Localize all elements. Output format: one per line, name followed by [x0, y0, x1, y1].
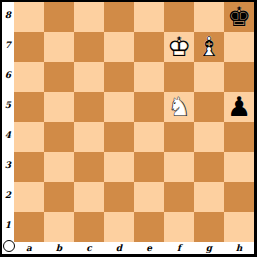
square-f8[interactable]: [164, 2, 194, 32]
square-h3[interactable]: [224, 152, 254, 182]
square-d5[interactable]: [104, 92, 134, 122]
square-a5[interactable]: [14, 92, 44, 122]
square-f6[interactable]: [164, 62, 194, 92]
square-f5[interactable]: ♞♘: [164, 92, 194, 122]
square-d8[interactable]: [104, 2, 134, 32]
square-h5[interactable]: ♟: [224, 92, 254, 122]
square-g6[interactable]: [194, 62, 224, 92]
square-b4[interactable]: [44, 122, 74, 152]
side-to-move-indicator-icon: [3, 240, 15, 252]
rank-label-8: 8: [2, 2, 14, 32]
square-e3[interactable]: [134, 152, 164, 182]
square-a6[interactable]: [14, 62, 44, 92]
file-label-d: d: [104, 242, 134, 254]
square-e2[interactable]: [134, 182, 164, 212]
square-c1[interactable]: [74, 212, 104, 242]
square-a2[interactable]: [14, 182, 44, 212]
rank-labels: 87654321: [2, 2, 14, 242]
rank-label-6: 6: [2, 62, 14, 92]
square-h6[interactable]: [224, 62, 254, 92]
square-d2[interactable]: [104, 182, 134, 212]
file-label-a: a: [14, 242, 44, 254]
square-f3[interactable]: [164, 152, 194, 182]
white-bishop-outline: ♗: [194, 32, 224, 62]
black-pawn[interactable]: ♟: [224, 92, 254, 122]
square-g7[interactable]: ♝♗: [194, 32, 224, 62]
square-b5[interactable]: [44, 92, 74, 122]
chess-diagram: 87654321 ♚♚♔♝♗♞♘♟ abcdefgh: [0, 0, 257, 257]
rank-label-2: 2: [2, 182, 14, 212]
square-e4[interactable]: [134, 122, 164, 152]
square-f1[interactable]: [164, 212, 194, 242]
rank-label-7: 7: [2, 32, 14, 62]
square-e1[interactable]: [134, 212, 164, 242]
rank-label-4: 4: [2, 122, 14, 152]
file-label-e: e: [134, 242, 164, 254]
square-e7[interactable]: [134, 32, 164, 62]
square-c6[interactable]: [74, 62, 104, 92]
square-c4[interactable]: [74, 122, 104, 152]
square-d6[interactable]: [104, 62, 134, 92]
square-c5[interactable]: [74, 92, 104, 122]
file-labels: abcdefgh: [14, 242, 254, 254]
rank-label-1: 1: [2, 212, 14, 242]
square-a4[interactable]: [14, 122, 44, 152]
square-g3[interactable]: [194, 152, 224, 182]
square-d7[interactable]: [104, 32, 134, 62]
square-g5[interactable]: [194, 92, 224, 122]
chess-board: ♚♚♔♝♗♞♘♟: [14, 2, 254, 242]
file-label-h: h: [224, 242, 254, 254]
white-knight[interactable]: ♞♘: [164, 92, 194, 122]
file-label-c: c: [74, 242, 104, 254]
square-d4[interactable]: [104, 122, 134, 152]
square-a7[interactable]: [14, 32, 44, 62]
square-b8[interactable]: [44, 2, 74, 32]
rank-label-3: 3: [2, 152, 14, 182]
bottom-label-strip: abcdefgh: [2, 242, 254, 254]
square-a8[interactable]: [14, 2, 44, 32]
square-d3[interactable]: [104, 152, 134, 182]
square-e5[interactable]: [134, 92, 164, 122]
square-h4[interactable]: [224, 122, 254, 152]
square-a3[interactable]: [14, 152, 44, 182]
black-king[interactable]: ♚: [224, 2, 254, 32]
square-c8[interactable]: [74, 2, 104, 32]
file-label-b: b: [44, 242, 74, 254]
black-king-glyph: ♚: [224, 2, 254, 32]
file-label-g: g: [194, 242, 224, 254]
square-e6[interactable]: [134, 62, 164, 92]
square-b2[interactable]: [44, 182, 74, 212]
square-h8[interactable]: ♚: [224, 2, 254, 32]
square-d1[interactable]: [104, 212, 134, 242]
white-king-outline: ♔: [164, 32, 194, 62]
square-b1[interactable]: [44, 212, 74, 242]
square-b3[interactable]: [44, 152, 74, 182]
square-g2[interactable]: [194, 182, 224, 212]
square-b6[interactable]: [44, 62, 74, 92]
square-f2[interactable]: [164, 182, 194, 212]
square-g1[interactable]: [194, 212, 224, 242]
square-e8[interactable]: [134, 2, 164, 32]
square-g8[interactable]: [194, 2, 224, 32]
white-king[interactable]: ♚♔: [164, 32, 194, 62]
file-label-f: f: [164, 242, 194, 254]
square-h1[interactable]: [224, 212, 254, 242]
square-h7[interactable]: [224, 32, 254, 62]
square-c3[interactable]: [74, 152, 104, 182]
rank-label-5: 5: [2, 92, 14, 122]
black-pawn-glyph: ♟: [224, 92, 254, 122]
square-h2[interactable]: [224, 182, 254, 212]
square-f4[interactable]: [164, 122, 194, 152]
square-c2[interactable]: [74, 182, 104, 212]
square-b7[interactable]: [44, 32, 74, 62]
white-bishop[interactable]: ♝♗: [194, 32, 224, 62]
white-knight-outline: ♘: [164, 92, 194, 122]
square-a1[interactable]: [14, 212, 44, 242]
square-c7[interactable]: [74, 32, 104, 62]
square-g4[interactable]: [194, 122, 224, 152]
square-f7[interactable]: ♚♔: [164, 32, 194, 62]
